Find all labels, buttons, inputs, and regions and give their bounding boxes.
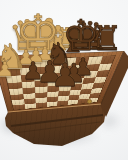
piece-dark-pawn: ♟ [51, 60, 80, 90]
pieces-layer: ♜♜♝♝♛♜♛♝♝♚♚♟♟♟♟♞♟♞♟♟♟♟♟♟ [0, 0, 128, 160]
photo-scene: ♜♜♝♝♛♜♛♝♝♚♚♟♟♟♟♞♟♞♟♟♟♟♟♟ [0, 0, 128, 160]
piece-light-pawn: ♟ [0, 60, 14, 79]
